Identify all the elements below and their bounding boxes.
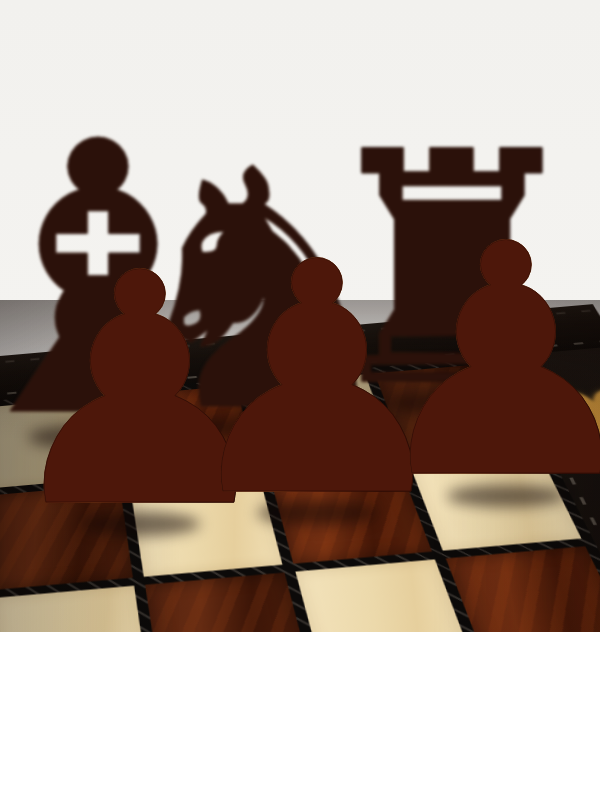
piece-dark-pawn-right[interactable]: ♟	[363, 202, 600, 522]
product-photo: 8 ♝♞♜♟♟♟	[0, 0, 600, 800]
pieces-layer: ♝♞♜♟♟♟	[0, 0, 600, 800]
